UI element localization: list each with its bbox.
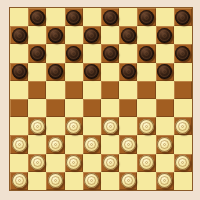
- dark-piece[interactable]: [84, 64, 99, 79]
- board: [9, 7, 193, 191]
- dark-square-29[interactable]: [119, 99, 137, 117]
- dark-square-5[interactable]: [174, 8, 192, 26]
- light-square-r7c1: [10, 117, 28, 135]
- dark-square-8[interactable]: [83, 26, 101, 44]
- light-square-r1c9: [156, 8, 174, 26]
- light-piece[interactable]: [66, 119, 81, 134]
- light-square-r4c6: [101, 63, 119, 81]
- dark-piece[interactable]: [12, 28, 27, 43]
- light-square-r1c3: [46, 8, 64, 26]
- light-piece[interactable]: [157, 137, 172, 152]
- light-square-r4c8: [137, 63, 155, 81]
- light-piece[interactable]: [48, 137, 63, 152]
- dark-square-1[interactable]: [28, 8, 46, 26]
- dark-piece[interactable]: [103, 46, 118, 61]
- dark-piece[interactable]: [12, 64, 27, 79]
- light-square-r3c9: [156, 44, 174, 62]
- dark-piece[interactable]: [121, 28, 136, 43]
- light-square-r9c5: [83, 154, 101, 172]
- dark-square-17[interactable]: [46, 63, 64, 81]
- dark-piece[interactable]: [121, 64, 136, 79]
- dark-square-50[interactable]: [156, 172, 174, 190]
- light-piece[interactable]: [157, 173, 172, 188]
- light-square-r10c6: [101, 172, 119, 190]
- light-square-r4c10: [174, 63, 192, 81]
- dark-square-7[interactable]: [46, 26, 64, 44]
- light-piece[interactable]: [12, 137, 27, 152]
- light-square-r9c3: [46, 154, 64, 172]
- dark-square-44[interactable]: [137, 154, 155, 172]
- light-square-r3c3: [46, 44, 64, 62]
- light-square-r2c10: [174, 26, 192, 44]
- light-square-r9c1: [10, 154, 28, 172]
- light-square-r3c7: [119, 44, 137, 62]
- dark-piece[interactable]: [103, 10, 118, 25]
- dark-piece[interactable]: [66, 10, 81, 25]
- light-square-r7c5: [83, 117, 101, 135]
- dark-square-11[interactable]: [28, 44, 46, 62]
- light-square-r7c9: [156, 117, 174, 135]
- light-piece[interactable]: [103, 119, 118, 134]
- light-square-r5c5: [83, 81, 101, 99]
- light-square-r4c4: [65, 63, 83, 81]
- light-square-r2c4: [65, 26, 83, 44]
- light-square-r8c6: [101, 135, 119, 153]
- dark-square-30[interactable]: [156, 99, 174, 117]
- dark-square-28[interactable]: [83, 99, 101, 117]
- light-piece[interactable]: [175, 155, 190, 170]
- dark-piece[interactable]: [66, 46, 81, 61]
- light-square-r8c4: [65, 135, 83, 153]
- light-square-r3c5: [83, 44, 101, 62]
- dark-piece[interactable]: [30, 10, 45, 25]
- dark-square-10[interactable]: [156, 26, 174, 44]
- light-square-r1c7: [119, 8, 137, 26]
- light-square-r10c10: [174, 172, 192, 190]
- light-piece[interactable]: [121, 173, 136, 188]
- dark-square-27[interactable]: [46, 99, 64, 117]
- dark-piece[interactable]: [30, 46, 45, 61]
- light-square-r9c7: [119, 154, 137, 172]
- dark-square-12[interactable]: [65, 44, 83, 62]
- dark-square-34[interactable]: [137, 117, 155, 135]
- dark-square-39[interactable]: [119, 135, 137, 153]
- dark-square-36[interactable]: [10, 135, 28, 153]
- light-square-r1c1: [10, 8, 28, 26]
- light-square-r8c2: [28, 135, 46, 153]
- light-piece[interactable]: [121, 137, 136, 152]
- dark-square-47[interactable]: [46, 172, 64, 190]
- dark-square-14[interactable]: [137, 44, 155, 62]
- dark-piece[interactable]: [157, 64, 172, 79]
- dark-piece[interactable]: [175, 10, 190, 25]
- light-square-r7c7: [119, 117, 137, 135]
- light-square-r8c8: [137, 135, 155, 153]
- light-square-r7c3: [46, 117, 64, 135]
- light-piece[interactable]: [84, 173, 99, 188]
- light-square-r10c8: [137, 172, 155, 190]
- dark-square-35[interactable]: [174, 117, 192, 135]
- dark-square-48[interactable]: [83, 172, 101, 190]
- light-piece[interactable]: [12, 173, 27, 188]
- dark-square-37[interactable]: [46, 135, 64, 153]
- dark-square-6[interactable]: [10, 26, 28, 44]
- light-square-r5c1: [10, 81, 28, 99]
- light-square-r1c5: [83, 8, 101, 26]
- light-square-r4c2: [28, 63, 46, 81]
- light-square-r6c10: [174, 99, 192, 117]
- dark-square-21[interactable]: [28, 81, 46, 99]
- dark-square-46[interactable]: [10, 172, 28, 190]
- dark-square-4[interactable]: [137, 8, 155, 26]
- light-square-r10c2: [28, 172, 46, 190]
- dark-square-19[interactable]: [119, 63, 137, 81]
- light-square-r5c9: [156, 81, 174, 99]
- light-square-r2c2: [28, 26, 46, 44]
- light-square-r10c4: [65, 172, 83, 190]
- dark-piece[interactable]: [84, 28, 99, 43]
- dark-square-20[interactable]: [156, 63, 174, 81]
- dark-square-41[interactable]: [28, 154, 46, 172]
- dark-square-2[interactable]: [65, 8, 83, 26]
- dark-square-16[interactable]: [10, 63, 28, 81]
- light-square-r6c4: [65, 99, 83, 117]
- dark-piece[interactable]: [48, 64, 63, 79]
- dark-square-32[interactable]: [65, 117, 83, 135]
- dark-square-24[interactable]: [137, 81, 155, 99]
- dark-square-23[interactable]: [101, 81, 119, 99]
- light-square-r5c3: [46, 81, 64, 99]
- dark-piece[interactable]: [139, 46, 154, 61]
- light-square-r6c8: [137, 99, 155, 117]
- dark-square-15[interactable]: [174, 44, 192, 62]
- dark-square-33[interactable]: [101, 117, 119, 135]
- light-piece[interactable]: [175, 119, 190, 134]
- dark-piece[interactable]: [139, 10, 154, 25]
- dark-square-49[interactable]: [119, 172, 137, 190]
- dark-square-38[interactable]: [83, 135, 101, 153]
- light-square-r5c7: [119, 81, 137, 99]
- light-piece[interactable]: [103, 155, 118, 170]
- dark-square-13[interactable]: [101, 44, 119, 62]
- light-piece[interactable]: [30, 119, 45, 134]
- light-piece[interactable]: [139, 155, 154, 170]
- light-square-r8c10: [174, 135, 192, 153]
- light-square-r6c2: [28, 99, 46, 117]
- dark-square-22[interactable]: [65, 81, 83, 99]
- light-square-r9c9: [156, 154, 174, 172]
- light-square-r2c8: [137, 26, 155, 44]
- light-square-r6c6: [101, 99, 119, 117]
- dark-square-42[interactable]: [65, 154, 83, 172]
- dark-square-45[interactable]: [174, 154, 192, 172]
- dark-piece[interactable]: [175, 46, 190, 61]
- light-piece[interactable]: [139, 119, 154, 134]
- light-square-r2c6: [101, 26, 119, 44]
- dark-piece[interactable]: [157, 28, 172, 43]
- dark-square-40[interactable]: [156, 135, 174, 153]
- light-piece[interactable]: [48, 173, 63, 188]
- dark-square-31[interactable]: [28, 117, 46, 135]
- light-piece[interactable]: [66, 155, 81, 170]
- dark-square-9[interactable]: [119, 26, 137, 44]
- dark-square-25[interactable]: [174, 81, 192, 99]
- dark-square-26[interactable]: [10, 99, 28, 117]
- dark-square-3[interactable]: [101, 8, 119, 26]
- table-background: { "game": "checkers", "variant": "Intern…: [0, 0, 200, 200]
- dark-square-18[interactable]: [83, 63, 101, 81]
- dark-square-43[interactable]: [101, 154, 119, 172]
- light-square-r3c1: [10, 44, 28, 62]
- dark-piece[interactable]: [48, 28, 63, 43]
- light-piece[interactable]: [30, 155, 45, 170]
- light-piece[interactable]: [84, 137, 99, 152]
